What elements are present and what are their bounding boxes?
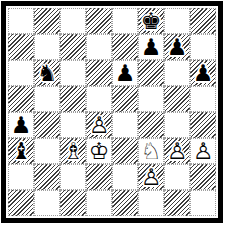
square-f4[interactable]	[138, 112, 164, 138]
white-knight-icon: ♘	[138, 138, 164, 164]
chess-diagram: ♚♚♟♟♟♟♞♞♟♟♟♟♟♟♟♙♝♝♝♗♚♔♞♘♟♙♟♙♟♙	[0, 0, 225, 225]
piece-black-pawn: ♟♟	[138, 34, 164, 60]
square-f3[interactable]: ♞♘	[138, 138, 164, 164]
square-b8[interactable]	[34, 8, 60, 34]
chess-board: ♚♚♟♟♟♟♞♞♟♟♟♟♟♟♟♙♝♝♝♗♚♔♞♘♟♙♟♙♟♙	[8, 8, 216, 216]
square-a4[interactable]: ♟♟	[8, 112, 34, 138]
square-e4[interactable]	[112, 112, 138, 138]
square-d8[interactable]	[86, 8, 112, 34]
square-c3[interactable]: ♝♗	[60, 138, 86, 164]
piece-white-pawn: ♟♙	[86, 112, 112, 138]
piece-halo: ♟	[112, 60, 138, 86]
square-h1[interactable]	[190, 190, 216, 216]
square-c5[interactable]	[60, 86, 86, 112]
square-g2[interactable]	[164, 164, 190, 190]
white-pawn-icon: ♙	[164, 138, 190, 164]
square-a1[interactable]	[8, 190, 34, 216]
square-g1[interactable]	[164, 190, 190, 216]
square-b4[interactable]	[34, 112, 60, 138]
white-pawn-icon: ♙	[190, 138, 216, 164]
square-a7[interactable]	[8, 34, 34, 60]
black-knight-icon: ♞	[34, 60, 60, 86]
square-e1[interactable]	[112, 190, 138, 216]
square-b2[interactable]	[34, 164, 60, 190]
piece-halo: ♝	[60, 138, 86, 164]
square-d1[interactable]	[86, 190, 112, 216]
square-f1[interactable]	[138, 190, 164, 216]
square-a5[interactable]	[8, 86, 34, 112]
black-bishop-icon: ♝	[8, 138, 34, 164]
square-g8[interactable]	[164, 8, 190, 34]
square-f5[interactable]	[138, 86, 164, 112]
board-frame: ♚♚♟♟♟♟♞♞♟♟♟♟♟♟♟♙♝♝♝♗♚♔♞♘♟♙♟♙♟♙	[1, 1, 223, 223]
square-h2[interactable]	[190, 164, 216, 190]
piece-black-pawn: ♟♟	[164, 34, 190, 60]
piece-white-knight: ♞♘	[138, 138, 164, 164]
square-h4[interactable]	[190, 112, 216, 138]
square-a6[interactable]	[8, 60, 34, 86]
square-h5[interactable]	[190, 86, 216, 112]
square-d5[interactable]	[86, 86, 112, 112]
black-pawn-icon: ♟	[138, 34, 164, 60]
square-g6[interactable]	[164, 60, 190, 86]
piece-black-pawn: ♟♟	[190, 60, 216, 86]
square-g5[interactable]	[164, 86, 190, 112]
square-b6[interactable]: ♞♞	[34, 60, 60, 86]
black-pawn-icon: ♟	[8, 112, 34, 138]
square-h7[interactable]	[190, 34, 216, 60]
piece-black-pawn: ♟♟	[8, 112, 34, 138]
square-f2[interactable]: ♟♙	[138, 164, 164, 190]
square-d6[interactable]	[86, 60, 112, 86]
square-f7[interactable]: ♟♟	[138, 34, 164, 60]
square-e3[interactable]	[112, 138, 138, 164]
square-f8[interactable]: ♚♚	[138, 8, 164, 34]
black-pawn-icon: ♟	[112, 60, 138, 86]
piece-halo: ♟	[138, 34, 164, 60]
square-b1[interactable]	[34, 190, 60, 216]
piece-white-bishop: ♝♗	[60, 138, 86, 164]
piece-halo: ♞	[138, 138, 164, 164]
piece-black-knight: ♞♞	[34, 60, 60, 86]
piece-halo: ♚	[138, 8, 164, 34]
square-e5[interactable]	[112, 86, 138, 112]
piece-halo: ♟	[164, 138, 190, 164]
piece-halo: ♟	[138, 164, 164, 190]
piece-white-pawn: ♟♙	[190, 138, 216, 164]
square-d2[interactable]	[86, 164, 112, 190]
square-e6[interactable]: ♟♟	[112, 60, 138, 86]
piece-black-bishop: ♝♝	[8, 138, 34, 164]
square-c1[interactable]	[60, 190, 86, 216]
black-pawn-icon: ♟	[190, 60, 216, 86]
white-pawn-icon: ♙	[138, 164, 164, 190]
square-c2[interactable]	[60, 164, 86, 190]
white-king-icon: ♔	[86, 138, 112, 164]
square-c8[interactable]	[60, 8, 86, 34]
piece-black-pawn: ♟♟	[112, 60, 138, 86]
piece-white-pawn: ♟♙	[164, 138, 190, 164]
piece-halo: ♟	[164, 34, 190, 60]
square-d3[interactable]: ♚♔	[86, 138, 112, 164]
square-f6[interactable]	[138, 60, 164, 86]
square-h3[interactable]: ♟♙	[190, 138, 216, 164]
square-h8[interactable]	[190, 8, 216, 34]
square-e2[interactable]	[112, 164, 138, 190]
square-g4[interactable]	[164, 112, 190, 138]
piece-halo: ♟	[190, 138, 216, 164]
square-a3[interactable]: ♝♝	[8, 138, 34, 164]
square-a8[interactable]	[8, 8, 34, 34]
square-c7[interactable]	[60, 34, 86, 60]
piece-halo: ♟	[8, 112, 34, 138]
square-b5[interactable]	[34, 86, 60, 112]
piece-halo: ♟	[190, 60, 216, 86]
black-king-icon: ♚	[138, 8, 164, 34]
piece-white-pawn: ♟♙	[138, 164, 164, 190]
square-e7[interactable]	[112, 34, 138, 60]
square-b7[interactable]	[34, 34, 60, 60]
white-bishop-icon: ♗	[60, 138, 86, 164]
piece-white-king: ♚♔	[86, 138, 112, 164]
black-pawn-icon: ♟	[164, 34, 190, 60]
piece-halo: ♝	[8, 138, 34, 164]
square-h6[interactable]: ♟♟	[190, 60, 216, 86]
square-e8[interactable]	[112, 8, 138, 34]
piece-halo: ♟	[86, 112, 112, 138]
square-g7[interactable]: ♟♟	[164, 34, 190, 60]
square-c4[interactable]	[60, 112, 86, 138]
square-a2[interactable]	[8, 164, 34, 190]
square-d7[interactable]	[86, 34, 112, 60]
square-d4[interactable]: ♟♙	[86, 112, 112, 138]
square-b3[interactable]	[34, 138, 60, 164]
white-pawn-icon: ♙	[86, 112, 112, 138]
square-c6[interactable]	[60, 60, 86, 86]
piece-black-king: ♚♚	[138, 8, 164, 34]
square-g3[interactable]: ♟♙	[164, 138, 190, 164]
piece-halo: ♚	[86, 138, 112, 164]
piece-halo: ♞	[34, 60, 60, 86]
